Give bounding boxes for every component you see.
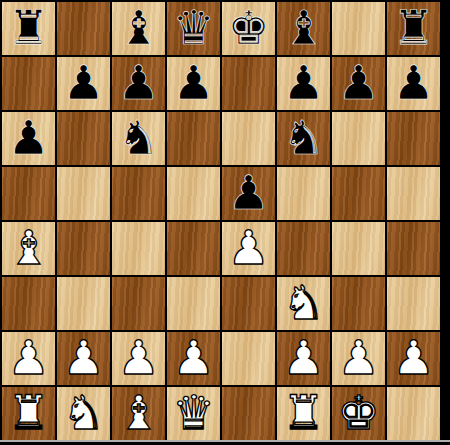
square-e6[interactable] bbox=[222, 112, 275, 165]
square-c2[interactable]: ♟ bbox=[112, 332, 165, 385]
square-a7[interactable] bbox=[2, 57, 55, 110]
piece-black-pawn[interactable]: ♟ bbox=[227, 169, 269, 216]
piece-white-bishop[interactable]: ♝ bbox=[117, 389, 159, 436]
piece-black-pawn[interactable]: ♟ bbox=[7, 114, 49, 161]
square-g8[interactable] bbox=[332, 2, 385, 55]
piece-black-knight[interactable]: ♞ bbox=[282, 114, 324, 161]
square-e5[interactable]: ♟ bbox=[222, 167, 275, 220]
piece-white-queen[interactable]: ♛ bbox=[172, 389, 214, 436]
square-g5[interactable] bbox=[332, 167, 385, 220]
square-c5[interactable] bbox=[112, 167, 165, 220]
square-c7[interactable]: ♟ bbox=[112, 57, 165, 110]
piece-black-pawn[interactable]: ♟ bbox=[337, 59, 379, 106]
square-d2[interactable]: ♟ bbox=[167, 332, 220, 385]
square-d3[interactable] bbox=[167, 277, 220, 330]
square-a6[interactable]: ♟ bbox=[2, 112, 55, 165]
square-b7[interactable]: ♟ bbox=[57, 57, 110, 110]
square-d1[interactable]: ♛ bbox=[167, 387, 220, 440]
square-d5[interactable] bbox=[167, 167, 220, 220]
square-e1[interactable] bbox=[222, 387, 275, 440]
piece-white-pawn[interactable]: ♟ bbox=[7, 334, 49, 381]
square-g4[interactable] bbox=[332, 222, 385, 275]
square-c1[interactable]: ♝ bbox=[112, 387, 165, 440]
piece-white-bishop[interactable]: ♝ bbox=[7, 224, 49, 271]
square-h4[interactable] bbox=[387, 222, 440, 275]
square-f5[interactable] bbox=[277, 167, 330, 220]
square-f8[interactable]: ♝ bbox=[277, 2, 330, 55]
piece-white-rook[interactable]: ♜ bbox=[7, 389, 49, 436]
piece-white-rook[interactable]: ♜ bbox=[282, 389, 324, 436]
square-f4[interactable] bbox=[277, 222, 330, 275]
piece-white-pawn[interactable]: ♟ bbox=[227, 224, 269, 271]
piece-black-pawn[interactable]: ♟ bbox=[62, 59, 104, 106]
piece-black-bishop[interactable]: ♝ bbox=[117, 4, 159, 51]
square-h3[interactable] bbox=[387, 277, 440, 330]
square-d4[interactable] bbox=[167, 222, 220, 275]
piece-black-pawn[interactable]: ♟ bbox=[282, 59, 324, 106]
piece-black-queen[interactable]: ♛ bbox=[172, 4, 214, 51]
square-h5[interactable] bbox=[387, 167, 440, 220]
piece-white-pawn[interactable]: ♟ bbox=[337, 334, 379, 381]
square-e3[interactable] bbox=[222, 277, 275, 330]
square-d7[interactable]: ♟ bbox=[167, 57, 220, 110]
piece-white-pawn[interactable]: ♟ bbox=[172, 334, 214, 381]
square-b4[interactable] bbox=[57, 222, 110, 275]
square-d8[interactable]: ♛ bbox=[167, 2, 220, 55]
square-f1[interactable]: ♜ bbox=[277, 387, 330, 440]
piece-white-knight[interactable]: ♞ bbox=[62, 389, 104, 436]
piece-white-knight[interactable]: ♞ bbox=[282, 279, 324, 326]
square-a3[interactable] bbox=[2, 277, 55, 330]
square-f3[interactable]: ♞ bbox=[277, 277, 330, 330]
square-g3[interactable] bbox=[332, 277, 385, 330]
square-e2[interactable] bbox=[222, 332, 275, 385]
square-c3[interactable] bbox=[112, 277, 165, 330]
square-e7[interactable] bbox=[222, 57, 275, 110]
piece-black-bishop[interactable]: ♝ bbox=[282, 4, 324, 51]
piece-black-king[interactable]: ♚ bbox=[227, 4, 269, 51]
square-a5[interactable] bbox=[2, 167, 55, 220]
square-b3[interactable] bbox=[57, 277, 110, 330]
piece-black-pawn[interactable]: ♟ bbox=[392, 59, 434, 106]
window-edge-line bbox=[0, 440, 450, 442]
square-g2[interactable]: ♟ bbox=[332, 332, 385, 385]
square-b5[interactable] bbox=[57, 167, 110, 220]
square-c8[interactable]: ♝ bbox=[112, 2, 165, 55]
piece-black-pawn[interactable]: ♟ bbox=[172, 59, 214, 106]
square-b1[interactable]: ♞ bbox=[57, 387, 110, 440]
square-b8[interactable] bbox=[57, 2, 110, 55]
square-b6[interactable] bbox=[57, 112, 110, 165]
piece-white-pawn[interactable]: ♟ bbox=[392, 334, 434, 381]
square-a2[interactable]: ♟ bbox=[2, 332, 55, 385]
square-a8[interactable]: ♜ bbox=[2, 2, 55, 55]
square-g7[interactable]: ♟ bbox=[332, 57, 385, 110]
piece-white-pawn[interactable]: ♟ bbox=[62, 334, 104, 381]
square-a4[interactable]: ♝ bbox=[2, 222, 55, 275]
square-h6[interactable] bbox=[387, 112, 440, 165]
square-e4[interactable]: ♟ bbox=[222, 222, 275, 275]
square-h1[interactable] bbox=[387, 387, 440, 440]
square-f2[interactable]: ♟ bbox=[277, 332, 330, 385]
piece-white-pawn[interactable]: ♟ bbox=[282, 334, 324, 381]
piece-white-pawn[interactable]: ♟ bbox=[117, 334, 159, 381]
square-c6[interactable]: ♞ bbox=[112, 112, 165, 165]
square-h8[interactable]: ♜ bbox=[387, 2, 440, 55]
chess-app-window: ♜♝♛♚♝♜♟♟♟♟♟♟♟♞♞♟♝♟♞♟♟♟♟♟♟♟♜♞♝♛♜♚ bbox=[0, 0, 450, 445]
square-f6[interactable]: ♞ bbox=[277, 112, 330, 165]
square-g6[interactable] bbox=[332, 112, 385, 165]
square-h2[interactable]: ♟ bbox=[387, 332, 440, 385]
chess-board: ♜♝♛♚♝♜♟♟♟♟♟♟♟♞♞♟♝♟♞♟♟♟♟♟♟♟♜♞♝♛♜♚ bbox=[0, 0, 442, 442]
piece-black-knight[interactable]: ♞ bbox=[117, 114, 159, 161]
square-b2[interactable]: ♟ bbox=[57, 332, 110, 385]
square-g1[interactable]: ♚ bbox=[332, 387, 385, 440]
piece-black-rook[interactable]: ♜ bbox=[7, 4, 49, 51]
square-d6[interactable] bbox=[167, 112, 220, 165]
piece-black-pawn[interactable]: ♟ bbox=[117, 59, 159, 106]
square-c4[interactable] bbox=[112, 222, 165, 275]
square-h7[interactable]: ♟ bbox=[387, 57, 440, 110]
piece-black-rook[interactable]: ♜ bbox=[392, 4, 434, 51]
square-f7[interactable]: ♟ bbox=[277, 57, 330, 110]
piece-white-king[interactable]: ♚ bbox=[337, 389, 379, 436]
square-e8[interactable]: ♚ bbox=[222, 2, 275, 55]
square-a1[interactable]: ♜ bbox=[2, 387, 55, 440]
